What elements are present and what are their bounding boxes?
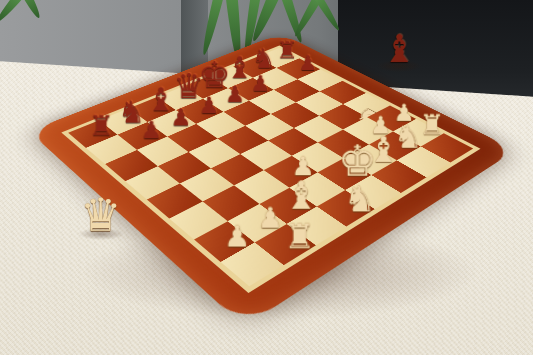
piece-shadow <box>376 60 422 72</box>
captured-white-queen: ♛ <box>80 192 121 238</box>
square-h2: ♜ <box>394 119 444 146</box>
white-pawn: ♟ <box>394 101 415 124</box>
square-h3: ♟ <box>367 106 416 132</box>
square-d5 <box>217 126 267 154</box>
product-photo-scene: ♝ ♜♞♝♛♚♝♞♜♟♟♟♟♟♟♞♟♟♟♟♟♝♚♝♞♜♜♞ ♛ <box>0 0 533 355</box>
piece-shadow <box>78 228 124 240</box>
captured-black-bishop: ♝ <box>382 30 416 68</box>
